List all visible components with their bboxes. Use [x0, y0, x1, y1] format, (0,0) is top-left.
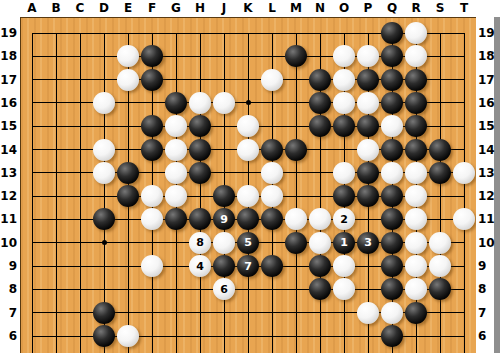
- stone-black-H13[interactable]: [189, 162, 211, 184]
- row-label-right-7: 7: [478, 306, 495, 320]
- column-label-C: C: [68, 1, 92, 15]
- stone-black-P17[interactable]: [357, 69, 379, 91]
- stone-black-Q17[interactable]: [381, 69, 403, 91]
- column-label-N: N: [308, 1, 332, 15]
- stone-white-P16[interactable]: [357, 92, 379, 114]
- stone-white-O13[interactable]: [333, 162, 355, 184]
- row-label-left-7: 7: [0, 306, 19, 320]
- stone-black-R16[interactable]: [405, 92, 427, 114]
- column-label-H: H: [188, 1, 212, 15]
- stone-white-D13[interactable]: [93, 162, 115, 184]
- stone-white-T13[interactable]: [453, 162, 475, 184]
- row-label-right-14: 14: [478, 143, 495, 157]
- stone-white-R10[interactable]: [405, 232, 427, 254]
- stone-black-K9[interactable]: 7: [237, 255, 259, 277]
- stone-white-R12[interactable]: [405, 185, 427, 207]
- row-labels-strip-left: [0, 17, 20, 353]
- row-label-left-11: 11: [0, 212, 19, 226]
- stone-white-G13[interactable]: [165, 162, 187, 184]
- stone-white-H10[interactable]: 8: [189, 232, 211, 254]
- board-edge-shadow: [494, 17, 500, 353]
- row-label-right-19: 19: [478, 26, 495, 40]
- row-label-left-19: 19: [0, 26, 19, 40]
- stone-black-K10[interactable]: 5: [237, 232, 259, 254]
- stone-white-R13[interactable]: [405, 162, 427, 184]
- column-label-E: E: [116, 1, 140, 15]
- stone-white-N10[interactable]: [309, 232, 331, 254]
- column-label-T: T: [452, 1, 476, 15]
- stone-black-N16[interactable]: [309, 92, 331, 114]
- stone-black-F17[interactable]: [141, 69, 163, 91]
- stone-black-M10[interactable]: [285, 232, 307, 254]
- stone-black-P13[interactable]: [357, 162, 379, 184]
- grid-vertical-H: [200, 33, 201, 353]
- stone-white-J16[interactable]: [213, 92, 235, 114]
- grid-vertical-M: [296, 33, 297, 353]
- grid-vertical-S: [440, 33, 441, 353]
- column-label-K: K: [236, 1, 260, 15]
- stone-white-O9[interactable]: [333, 255, 355, 277]
- column-label-L: L: [260, 1, 284, 15]
- row-label-right-10: 10: [478, 236, 495, 250]
- stone-black-N17[interactable]: [309, 69, 331, 91]
- stone-white-R19[interactable]: [405, 22, 427, 44]
- row-label-right-16: 16: [478, 96, 495, 110]
- row-label-right-6: 6: [478, 329, 495, 343]
- hoshi-D10: [102, 240, 107, 245]
- stone-white-J10[interactable]: [213, 232, 235, 254]
- column-label-B: B: [44, 1, 68, 15]
- stone-white-R9[interactable]: [405, 255, 427, 277]
- stone-white-K14[interactable]: [237, 139, 259, 161]
- stone-black-R17[interactable]: [405, 69, 427, 91]
- stone-black-N9[interactable]: [309, 255, 331, 277]
- stone-white-S10[interactable]: [429, 232, 451, 254]
- grid-vertical-C: [80, 33, 81, 353]
- row-label-left-15: 15: [0, 119, 19, 133]
- stone-black-Q10[interactable]: [381, 232, 403, 254]
- stone-white-Q7[interactable]: [381, 302, 403, 324]
- row-label-left-9: 9: [0, 259, 19, 273]
- row-label-right-13: 13: [478, 166, 495, 180]
- stone-white-D16[interactable]: [93, 92, 115, 114]
- row-label-right-15: 15: [478, 119, 495, 133]
- stone-black-O12[interactable]: [333, 185, 355, 207]
- grid-vertical-A: [32, 33, 33, 353]
- stone-black-E13[interactable]: [117, 162, 139, 184]
- row-label-left-10: 10: [0, 236, 19, 250]
- stone-white-F9[interactable]: [141, 255, 163, 277]
- stone-white-O17[interactable]: [333, 69, 355, 91]
- grid-vertical-T: [464, 33, 465, 353]
- stone-white-K12[interactable]: [237, 185, 259, 207]
- row-label-right-18: 18: [478, 49, 495, 63]
- column-label-O: O: [332, 1, 356, 15]
- row-label-left-6: 6: [0, 329, 19, 343]
- column-label-M: M: [284, 1, 308, 15]
- row-label-left-13: 13: [0, 166, 19, 180]
- stone-black-M14[interactable]: [285, 139, 307, 161]
- stone-black-J12[interactable]: [213, 185, 235, 207]
- stone-black-F14[interactable]: [141, 139, 163, 161]
- stone-black-P10[interactable]: 3: [357, 232, 379, 254]
- stone-white-O16[interactable]: [333, 92, 355, 114]
- stone-black-D7[interactable]: [93, 302, 115, 324]
- stone-white-E17[interactable]: [117, 69, 139, 91]
- stone-white-S9[interactable]: [429, 255, 451, 277]
- stone-white-P7[interactable]: [357, 302, 379, 324]
- row-label-right-8: 8: [478, 282, 495, 296]
- stone-black-G16[interactable]: [165, 92, 187, 114]
- stone-black-Q9[interactable]: [381, 255, 403, 277]
- go-game-screen: 928513476ABCDEFGHJKLMNOPQRST191918181717…: [0, 0, 500, 353]
- column-label-G: G: [164, 1, 188, 15]
- stone-black-H14[interactable]: [189, 139, 211, 161]
- stone-black-S14[interactable]: [429, 139, 451, 161]
- row-label-left-16: 16: [0, 96, 19, 110]
- stone-white-L13[interactable]: [261, 162, 283, 184]
- stone-white-L12[interactable]: [261, 185, 283, 207]
- column-label-D: D: [92, 1, 116, 15]
- row-label-right-9: 9: [478, 259, 495, 273]
- stone-black-O10[interactable]: 1: [333, 232, 355, 254]
- row-label-left-17: 17: [0, 73, 19, 87]
- stone-black-Q6[interactable]: [381, 325, 403, 347]
- stone-black-Q14[interactable]: [381, 139, 403, 161]
- row-label-right-17: 17: [478, 73, 495, 87]
- stone-black-P12[interactable]: [357, 185, 379, 207]
- column-label-Q: Q: [380, 1, 404, 15]
- stone-white-G14[interactable]: [165, 139, 187, 161]
- stone-black-Q16[interactable]: [381, 92, 403, 114]
- column-label-S: S: [428, 1, 452, 15]
- row-labels-strip-right: [476, 17, 494, 353]
- row-label-right-11: 11: [478, 212, 495, 226]
- stone-black-J9[interactable]: [213, 255, 235, 277]
- stone-white-G12[interactable]: [165, 185, 187, 207]
- stone-white-F12[interactable]: [141, 185, 163, 207]
- column-label-F: F: [140, 1, 164, 15]
- stone-black-D6[interactable]: [93, 325, 115, 347]
- stone-white-H16[interactable]: [189, 92, 211, 114]
- stone-black-L14[interactable]: [261, 139, 283, 161]
- stone-black-L9[interactable]: [261, 255, 283, 277]
- stone-white-E6[interactable]: [117, 325, 139, 347]
- row-label-left-18: 18: [0, 49, 19, 63]
- stone-black-E12[interactable]: [117, 185, 139, 207]
- stone-black-R7[interactable]: [405, 302, 427, 324]
- row-label-right-12: 12: [478, 189, 495, 203]
- stone-white-Q13[interactable]: [381, 162, 403, 184]
- column-label-J: J: [212, 1, 236, 15]
- column-label-A: A: [20, 1, 44, 15]
- stone-white-D14[interactable]: [93, 139, 115, 161]
- grid-vertical-B: [56, 33, 57, 353]
- stone-black-S13[interactable]: [429, 162, 451, 184]
- row-label-left-8: 8: [0, 282, 19, 296]
- column-label-R: R: [404, 1, 428, 15]
- stone-white-L17[interactable]: [261, 69, 283, 91]
- stone-black-Q12[interactable]: [381, 185, 403, 207]
- stone-white-H9[interactable]: 4: [189, 255, 211, 277]
- stone-black-Q19[interactable]: [381, 22, 403, 44]
- stone-white-P14[interactable]: [357, 139, 379, 161]
- stone-black-R14[interactable]: [405, 139, 427, 161]
- row-label-left-14: 14: [0, 143, 19, 157]
- column-label-P: P: [356, 1, 380, 15]
- row-label-left-12: 12: [0, 189, 19, 203]
